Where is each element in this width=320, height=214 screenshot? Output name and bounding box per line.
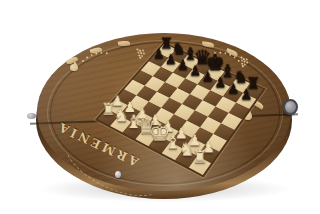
piece-black-pawn[interactable]: ♟: [229, 87, 263, 101]
grape-cluster-icon: [136, 48, 138, 50]
leaf-icon: [118, 40, 130, 46]
clasp-icon[interactable]: [283, 99, 298, 115]
hinge-pin-icon: [27, 113, 36, 119]
latch-knob-icon[interactable]: [115, 171, 121, 178]
product-photo-round-chess-set: ARMENIA ♜♞♝♛♚♝♞♜♟♟♟♟♟♟♟♟♟♟♟♟♟♟♟♟♜♞♝♛♚♝♞♜: [0, 0, 320, 214]
piece-white-rook[interactable]: ♜: [182, 148, 219, 165]
vine-dots-icon: [82, 60, 85, 63]
leaf-icon: [90, 46, 103, 54]
grape-cluster-icon: [240, 56, 243, 59]
pomegranate-icon: [70, 64, 78, 71]
